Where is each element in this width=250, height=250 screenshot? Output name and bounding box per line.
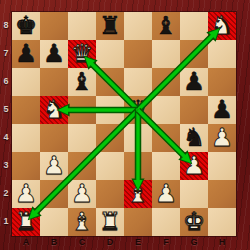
square-d5[interactable] bbox=[96, 96, 124, 124]
white-knight-h8[interactable]: ♞ bbox=[208, 12, 236, 40]
square-a2[interactable]: ♟ bbox=[12, 180, 40, 208]
square-b7[interactable]: ♟ bbox=[40, 40, 68, 68]
square-d6[interactable] bbox=[96, 68, 124, 96]
square-a6[interactable] bbox=[12, 68, 40, 96]
square-b5[interactable]: ♞ bbox=[40, 96, 68, 124]
square-c6[interactable]: ♝ bbox=[68, 68, 96, 96]
file-label-F: F bbox=[152, 237, 180, 247]
square-g1[interactable]: ♚ bbox=[180, 208, 208, 236]
square-g3[interactable]: ♟ bbox=[180, 152, 208, 180]
square-e4[interactable] bbox=[124, 124, 152, 152]
square-b6[interactable] bbox=[40, 68, 68, 96]
file-label-H: H bbox=[208, 237, 236, 247]
square-h6[interactable] bbox=[208, 68, 236, 96]
square-f8[interactable]: ♝ bbox=[152, 12, 180, 40]
square-a8[interactable]: ♚ bbox=[12, 12, 40, 40]
square-g5[interactable] bbox=[180, 96, 208, 124]
chess-board-frame: ♚♜♝♞♟♟♛♝♟♞♛♟♞♟♟♟♟♟♝♟♜♝♜♚ 87654321 ABCDEF… bbox=[0, 0, 250, 250]
square-b8[interactable] bbox=[40, 12, 68, 40]
square-h4[interactable]: ♟ bbox=[208, 124, 236, 152]
square-e1[interactable] bbox=[124, 208, 152, 236]
square-e8[interactable] bbox=[124, 12, 152, 40]
white-pawn-g3[interactable]: ♟ bbox=[180, 152, 208, 180]
black-pawn-b7[interactable]: ♟ bbox=[40, 40, 68, 68]
square-f7[interactable] bbox=[152, 40, 180, 68]
rank-label-5: 5 bbox=[0, 104, 12, 114]
black-bishop-c6[interactable]: ♝ bbox=[68, 68, 96, 96]
file-label-B: B bbox=[40, 237, 68, 247]
square-b4[interactable] bbox=[40, 124, 68, 152]
square-c1[interactable]: ♝ bbox=[68, 208, 96, 236]
square-d2[interactable] bbox=[96, 180, 124, 208]
square-h7[interactable] bbox=[208, 40, 236, 68]
rank-label-8: 8 bbox=[0, 20, 12, 30]
square-f4[interactable] bbox=[152, 124, 180, 152]
square-a7[interactable]: ♟ bbox=[12, 40, 40, 68]
square-a4[interactable] bbox=[12, 124, 40, 152]
white-king-g1[interactable]: ♚ bbox=[180, 208, 208, 236]
file-label-C: C bbox=[68, 237, 96, 247]
black-bishop-f8[interactable]: ♝ bbox=[152, 12, 180, 40]
square-e5[interactable]: ♛ bbox=[124, 96, 152, 124]
white-pawn-h4[interactable]: ♟ bbox=[208, 124, 236, 152]
rank-label-1: 1 bbox=[0, 216, 12, 226]
square-h5[interactable]: ♟ bbox=[208, 96, 236, 124]
square-e3[interactable] bbox=[124, 152, 152, 180]
rank-label-3: 3 bbox=[0, 160, 12, 170]
square-f1[interactable] bbox=[152, 208, 180, 236]
black-knight-g4[interactable]: ♞ bbox=[180, 124, 208, 152]
file-label-E: E bbox=[124, 237, 152, 247]
square-g8[interactable] bbox=[180, 12, 208, 40]
square-c4[interactable] bbox=[68, 124, 96, 152]
square-e7[interactable] bbox=[124, 40, 152, 68]
square-e2[interactable]: ♝ bbox=[124, 180, 152, 208]
rank-label-6: 6 bbox=[0, 76, 12, 86]
square-h2[interactable] bbox=[208, 180, 236, 208]
square-a5[interactable] bbox=[12, 96, 40, 124]
file-label-A: A bbox=[12, 237, 40, 247]
square-f5[interactable] bbox=[152, 96, 180, 124]
square-c7[interactable]: ♛ bbox=[68, 40, 96, 68]
square-d3[interactable] bbox=[96, 152, 124, 180]
square-f3[interactable] bbox=[152, 152, 180, 180]
black-pawn-g6[interactable]: ♟ bbox=[180, 68, 208, 96]
square-g6[interactable]: ♟ bbox=[180, 68, 208, 96]
square-g4[interactable]: ♞ bbox=[180, 124, 208, 152]
rank-label-7: 7 bbox=[0, 48, 12, 58]
black-pawn-a7[interactable]: ♟ bbox=[12, 40, 40, 68]
white-pawn-c2[interactable]: ♟ bbox=[68, 180, 96, 208]
square-a1[interactable]: ♜ bbox=[12, 208, 40, 236]
square-h3[interactable] bbox=[208, 152, 236, 180]
square-d8[interactable]: ♜ bbox=[96, 12, 124, 40]
white-rook-a1[interactable]: ♜ bbox=[12, 208, 40, 236]
square-g2[interactable] bbox=[180, 180, 208, 208]
square-a3[interactable] bbox=[12, 152, 40, 180]
square-b2[interactable] bbox=[40, 180, 68, 208]
white-pawn-a2[interactable]: ♟ bbox=[12, 180, 40, 208]
square-c5[interactable] bbox=[68, 96, 96, 124]
white-pawn-b3[interactable]: ♟ bbox=[40, 152, 68, 180]
square-e6[interactable] bbox=[124, 68, 152, 96]
square-b3[interactable]: ♟ bbox=[40, 152, 68, 180]
white-bishop-c1[interactable]: ♝ bbox=[68, 208, 96, 236]
black-pawn-h5[interactable]: ♟ bbox=[208, 96, 236, 124]
square-c2[interactable]: ♟ bbox=[68, 180, 96, 208]
square-f6[interactable] bbox=[152, 68, 180, 96]
black-king-a8[interactable]: ♚ bbox=[12, 12, 40, 40]
black-queen-e5[interactable]: ♛ bbox=[124, 96, 152, 124]
board: ♚♜♝♞♟♟♛♝♟♞♛♟♞♟♟♟♟♟♝♟♜♝♜♚ bbox=[12, 12, 236, 236]
white-bishop-e2[interactable]: ♝ bbox=[124, 180, 152, 208]
file-label-G: G bbox=[180, 237, 208, 247]
square-h1[interactable] bbox=[208, 208, 236, 236]
square-c8[interactable] bbox=[68, 12, 96, 40]
square-d4[interactable] bbox=[96, 124, 124, 152]
square-f2[interactable]: ♟ bbox=[152, 180, 180, 208]
square-d7[interactable] bbox=[96, 40, 124, 68]
square-b1[interactable] bbox=[40, 208, 68, 236]
file-label-D: D bbox=[96, 237, 124, 247]
black-rook-d8[interactable]: ♜ bbox=[96, 12, 124, 40]
white-rook-d1[interactable]: ♜ bbox=[96, 208, 124, 236]
rank-label-2: 2 bbox=[0, 188, 12, 198]
white-pawn-f2[interactable]: ♟ bbox=[152, 180, 180, 208]
rank-label-4: 4 bbox=[0, 132, 12, 142]
square-h8[interactable]: ♞ bbox=[208, 12, 236, 40]
square-d1[interactable]: ♜ bbox=[96, 208, 124, 236]
white-queen-c7[interactable]: ♛ bbox=[68, 40, 96, 68]
white-knight-b5[interactable]: ♞ bbox=[40, 96, 68, 124]
square-c3[interactable] bbox=[68, 152, 96, 180]
square-g7[interactable] bbox=[180, 40, 208, 68]
